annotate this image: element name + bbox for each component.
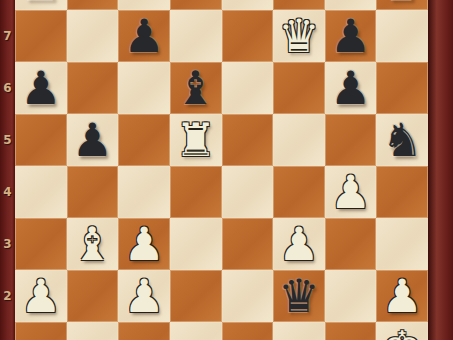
square-b8[interactable] [67,0,119,10]
square-a2[interactable]: ♟ [15,270,67,322]
piece-black-pawn-b5[interactable]: ♟ [72,114,113,166]
square-h8[interactable]: ♚ [376,0,428,10]
piece-white-pawn-g4[interactable]: ♟ [330,166,371,218]
square-a8[interactable]: ♜ [15,0,67,10]
piece-black-knight-h5[interactable]: ♞ [382,114,423,166]
piece-black-pawn-g7[interactable]: ♟ [330,10,371,62]
square-g1[interactable] [325,322,377,340]
square-d5[interactable]: ♜ [170,114,222,166]
square-e3[interactable] [222,218,274,270]
square-h2[interactable]: ♟ [376,270,428,322]
square-d3[interactable] [170,218,222,270]
square-c2[interactable]: ♟ [118,270,170,322]
square-b1[interactable] [67,322,119,340]
square-c3[interactable]: ♟ [118,218,170,270]
square-a3[interactable] [15,218,67,270]
square-g2[interactable] [325,270,377,322]
square-d2[interactable] [170,270,222,322]
square-b4[interactable] [67,166,119,218]
square-c5[interactable] [118,114,170,166]
rank-label-4: 4 [0,183,15,201]
square-d4[interactable] [170,166,222,218]
rank-label-2: 2 [0,287,15,305]
square-b5[interactable]: ♟ [67,114,119,166]
square-a4[interactable] [15,166,67,218]
square-e8[interactable] [222,0,274,10]
piece-black-bishop-d6[interactable]: ♝ [175,62,216,114]
square-f7[interactable]: ♛ [273,10,325,62]
piece-white-pawn-c3[interactable]: ♟ [123,218,164,270]
square-e5[interactable] [222,114,274,166]
rank-label-5: 5 [0,131,15,149]
square-f6[interactable] [273,62,325,114]
square-g5[interactable] [325,114,377,166]
square-f2[interactable]: ♛ [273,270,325,322]
square-d1[interactable] [170,322,222,340]
square-g4[interactable]: ♟ [325,166,377,218]
square-d8[interactable] [170,0,222,10]
square-g7[interactable]: ♟ [325,10,377,62]
piece-white-pawn-c2[interactable]: ♟ [123,270,164,322]
square-c7[interactable]: ♟ [118,10,170,62]
square-e1[interactable] [222,322,274,340]
square-g3[interactable] [325,218,377,270]
square-b3[interactable]: ♝ [67,218,119,270]
square-c6[interactable] [118,62,170,114]
square-f5[interactable] [273,114,325,166]
square-c1[interactable] [118,322,170,340]
piece-black-pawn-c7[interactable]: ♟ [123,10,164,62]
square-h1[interactable]: ♚ [376,322,428,340]
square-b7[interactable] [67,10,119,62]
square-g6[interactable]: ♟ [325,62,377,114]
piece-white-bishop-b3[interactable]: ♝ [72,218,113,270]
rank-label-7: 7 [0,27,15,45]
square-a7[interactable] [15,10,67,62]
piece-white-queen-f7[interactable]: ♛ [278,10,319,62]
square-a6[interactable]: ♟ [15,62,67,114]
square-e7[interactable] [222,10,274,62]
square-a1[interactable] [15,322,67,340]
piece-white-pawn-f3[interactable]: ♟ [278,218,319,270]
piece-black-pawn-a6[interactable]: ♟ [20,62,61,114]
square-f4[interactable] [273,166,325,218]
square-b6[interactable] [67,62,119,114]
square-h5[interactable]: ♞ [376,114,428,166]
right-frame-strip [428,0,453,340]
piece-white-rook-d5[interactable]: ♜ [175,114,216,166]
piece-white-king-h1[interactable]: ♚ [382,322,423,340]
left-frame-strip: 765432 [0,0,15,340]
square-d6[interactable]: ♝ [170,62,222,114]
piece-black-king-h8[interactable]: ♚ [382,0,423,10]
piece-white-pawn-a2[interactable]: ♟ [20,270,61,322]
chess-board: ♜♚♟♛♟♟♝♟♟♜♞♟♝♟♟♟♟♛♟♚ [15,0,428,340]
square-h3[interactable] [376,218,428,270]
square-c4[interactable] [118,166,170,218]
square-e2[interactable] [222,270,274,322]
piece-black-rook-a8[interactable]: ♜ [20,0,61,10]
rank-label-6: 6 [0,79,15,97]
square-e4[interactable] [222,166,274,218]
rank-label-3: 3 [0,235,15,253]
piece-black-queen-f2[interactable]: ♛ [278,270,319,322]
square-e6[interactable] [222,62,274,114]
square-f1[interactable] [273,322,325,340]
piece-white-pawn-h2[interactable]: ♟ [382,270,423,322]
square-a5[interactable] [15,114,67,166]
piece-black-pawn-g6[interactable]: ♟ [330,62,371,114]
square-h4[interactable] [376,166,428,218]
square-h7[interactable] [376,10,428,62]
square-d7[interactable] [170,10,222,62]
square-b2[interactable] [67,270,119,322]
board-frame: ♜♚♟♛♟♟♝♟♟♜♞♟♝♟♟♟♟♛♟♚ 765432 [0,0,453,340]
square-f3[interactable]: ♟ [273,218,325,270]
square-h6[interactable] [376,62,428,114]
